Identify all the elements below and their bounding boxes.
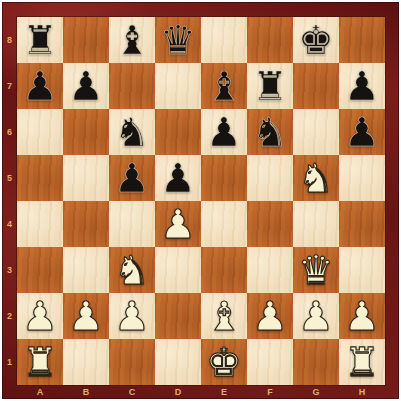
white-queen-icon[interactable]: ♛ <box>298 250 334 290</box>
file-label-d: D <box>155 385 201 399</box>
chess-board[interactable]: ♜♝♛♚♟♟♝♜♟♞♟♞♟♟♟♞♟♞♛♟♟♟♝♟♟♟♜♚♜ <box>17 17 385 385</box>
square-f7[interactable]: ♜ <box>247 63 293 109</box>
square-g3[interactable]: ♛ <box>293 247 339 293</box>
black-knight-icon[interactable]: ♞ <box>114 112 150 152</box>
file-label-f: F <box>247 385 293 399</box>
square-d8[interactable]: ♛ <box>155 17 201 63</box>
square-d3[interactable] <box>155 247 201 293</box>
rank-label-7: 7 <box>2 63 17 109</box>
square-f2[interactable]: ♟ <box>247 293 293 339</box>
black-knight-icon[interactable]: ♞ <box>252 112 288 152</box>
rank-label-2: 2 <box>2 293 17 339</box>
square-c4[interactable] <box>109 201 155 247</box>
square-a3[interactable] <box>17 247 63 293</box>
square-d6[interactable] <box>155 109 201 155</box>
square-h7[interactable]: ♟ <box>339 63 385 109</box>
white-pawn-icon[interactable]: ♟ <box>344 296 380 336</box>
black-pawn-icon[interactable]: ♟ <box>344 66 380 106</box>
rank-label-4: 4 <box>2 201 17 247</box>
square-h4[interactable] <box>339 201 385 247</box>
square-f3[interactable] <box>247 247 293 293</box>
chess-board-screenshot: ♜♝♛♚♟♟♝♜♟♞♟♞♟♟♟♞♟♞♛♟♟♟♝♟♟♟♜♚♜ 87654321 A… <box>0 0 401 401</box>
white-pawn-icon[interactable]: ♟ <box>68 296 104 336</box>
square-g1[interactable] <box>293 339 339 385</box>
square-a5[interactable] <box>17 155 63 201</box>
square-a4[interactable] <box>17 201 63 247</box>
square-c3[interactable]: ♞ <box>109 247 155 293</box>
square-b2[interactable]: ♟ <box>63 293 109 339</box>
white-pawn-icon[interactable]: ♟ <box>22 296 58 336</box>
square-a8[interactable]: ♜ <box>17 17 63 63</box>
square-e7[interactable]: ♝ <box>201 63 247 109</box>
board-frame: ♜♝♛♚♟♟♝♜♟♞♟♞♟♟♟♞♟♞♛♟♟♟♝♟♟♟♜♚♜ 87654321 A… <box>2 2 399 399</box>
white-bishop-icon[interactable]: ♝ <box>206 296 242 336</box>
square-c2[interactable]: ♟ <box>109 293 155 339</box>
square-h6[interactable]: ♟ <box>339 109 385 155</box>
square-a2[interactable]: ♟ <box>17 293 63 339</box>
square-b3[interactable] <box>63 247 109 293</box>
black-rook-icon[interactable]: ♜ <box>252 66 288 106</box>
square-d7[interactable] <box>155 63 201 109</box>
square-g8[interactable]: ♚ <box>293 17 339 63</box>
square-g2[interactable]: ♟ <box>293 293 339 339</box>
square-b7[interactable]: ♟ <box>63 63 109 109</box>
square-c8[interactable]: ♝ <box>109 17 155 63</box>
square-d4[interactable]: ♟ <box>155 201 201 247</box>
square-h8[interactable] <box>339 17 385 63</box>
file-label-b: B <box>63 385 109 399</box>
white-rook-icon[interactable]: ♜ <box>22 342 58 382</box>
square-e4[interactable] <box>201 201 247 247</box>
black-pawn-icon[interactable]: ♟ <box>206 112 242 152</box>
black-pawn-icon[interactable]: ♟ <box>22 66 58 106</box>
square-g4[interactable] <box>293 201 339 247</box>
rank-labels: 87654321 <box>2 17 17 385</box>
square-b4[interactable] <box>63 201 109 247</box>
square-f8[interactable] <box>247 17 293 63</box>
square-e6[interactable]: ♟ <box>201 109 247 155</box>
square-g5[interactable]: ♞ <box>293 155 339 201</box>
black-queen-icon[interactable]: ♛ <box>160 20 196 60</box>
file-label-h: H <box>339 385 385 399</box>
white-knight-icon[interactable]: ♞ <box>298 158 334 198</box>
white-rook-icon[interactable]: ♜ <box>344 342 380 382</box>
white-king-icon[interactable]: ♚ <box>206 342 242 382</box>
black-pawn-icon[interactable]: ♟ <box>160 158 196 198</box>
white-pawn-icon[interactable]: ♟ <box>114 296 150 336</box>
black-pawn-icon[interactable]: ♟ <box>114 158 150 198</box>
square-c1[interactable] <box>109 339 155 385</box>
rank-label-5: 5 <box>2 155 17 201</box>
square-d2[interactable] <box>155 293 201 339</box>
file-labels: ABCDEFGH <box>17 385 385 399</box>
file-label-g: G <box>293 385 339 399</box>
white-pawn-icon[interactable]: ♟ <box>298 296 334 336</box>
square-b1[interactable] <box>63 339 109 385</box>
square-b8[interactable] <box>63 17 109 63</box>
square-f6[interactable]: ♞ <box>247 109 293 155</box>
square-e1[interactable]: ♚ <box>201 339 247 385</box>
square-g7[interactable] <box>293 63 339 109</box>
black-pawn-icon[interactable]: ♟ <box>344 112 380 152</box>
square-e5[interactable] <box>201 155 247 201</box>
square-a1[interactable]: ♜ <box>17 339 63 385</box>
file-label-e: E <box>201 385 247 399</box>
black-rook-icon[interactable]: ♜ <box>22 20 58 60</box>
square-c5[interactable]: ♟ <box>109 155 155 201</box>
square-b5[interactable] <box>63 155 109 201</box>
square-e2[interactable]: ♝ <box>201 293 247 339</box>
rank-label-8: 8 <box>2 17 17 63</box>
square-f4[interactable] <box>247 201 293 247</box>
square-e8[interactable] <box>201 17 247 63</box>
square-f5[interactable] <box>247 155 293 201</box>
square-d5[interactable]: ♟ <box>155 155 201 201</box>
square-a6[interactable] <box>17 109 63 155</box>
square-h3[interactable] <box>339 247 385 293</box>
square-h2[interactable]: ♟ <box>339 293 385 339</box>
square-b6[interactable] <box>63 109 109 155</box>
file-label-a: A <box>17 385 63 399</box>
square-e3[interactable] <box>201 247 247 293</box>
white-pawn-icon[interactable]: ♟ <box>160 204 196 244</box>
black-bishop-icon[interactable]: ♝ <box>114 20 150 60</box>
file-label-c: C <box>109 385 155 399</box>
square-c6[interactable]: ♞ <box>109 109 155 155</box>
white-pawn-icon[interactable]: ♟ <box>252 296 288 336</box>
black-pawn-icon[interactable]: ♟ <box>68 66 104 106</box>
square-g6[interactable] <box>293 109 339 155</box>
black-bishop-icon[interactable]: ♝ <box>206 66 242 106</box>
square-c7[interactable] <box>109 63 155 109</box>
rank-label-3: 3 <box>2 247 17 293</box>
square-h1[interactable]: ♜ <box>339 339 385 385</box>
square-f1[interactable] <box>247 339 293 385</box>
square-h5[interactable] <box>339 155 385 201</box>
white-knight-icon[interactable]: ♞ <box>114 250 150 290</box>
square-d1[interactable] <box>155 339 201 385</box>
rank-label-1: 1 <box>2 339 17 385</box>
black-king-icon[interactable]: ♚ <box>298 20 334 60</box>
rank-label-6: 6 <box>2 109 17 155</box>
square-a7[interactable]: ♟ <box>17 63 63 109</box>
